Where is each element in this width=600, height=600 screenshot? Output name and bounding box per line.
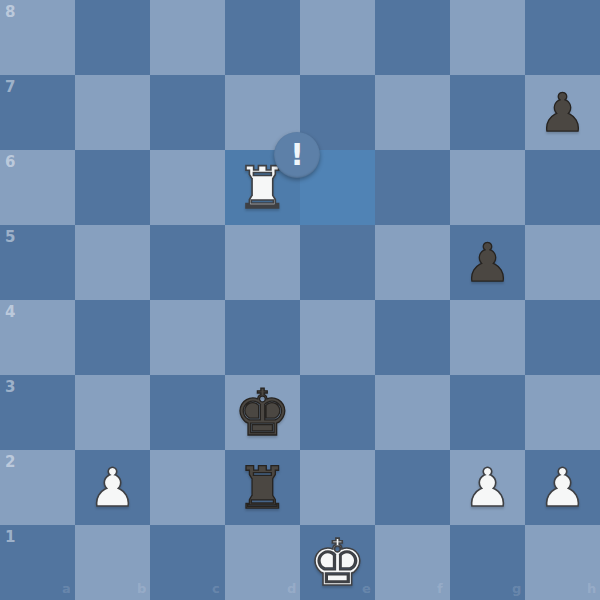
square-b1[interactable] bbox=[75, 525, 150, 600]
white-pawn[interactable]: ♟ bbox=[525, 450, 600, 525]
white-pawn[interactable]: ♟ bbox=[75, 450, 150, 525]
square-e5[interactable] bbox=[300, 225, 375, 300]
square-g3[interactable] bbox=[450, 375, 525, 450]
square-b4[interactable] bbox=[75, 300, 150, 375]
square-f6[interactable] bbox=[375, 150, 450, 225]
black-pawn[interactable]: ♟ bbox=[525, 75, 600, 150]
square-e3[interactable] bbox=[300, 375, 375, 450]
square-e2[interactable] bbox=[300, 450, 375, 525]
square-f8[interactable] bbox=[375, 0, 450, 75]
square-c1[interactable] bbox=[150, 525, 225, 600]
square-g5[interactable]: ♟ bbox=[450, 225, 525, 300]
black-pawn[interactable]: ♟ bbox=[450, 225, 525, 300]
square-c3[interactable] bbox=[150, 375, 225, 450]
square-f2[interactable] bbox=[375, 450, 450, 525]
good-move-annotation-badge: ! bbox=[274, 132, 320, 178]
square-g1[interactable] bbox=[450, 525, 525, 600]
square-a1[interactable] bbox=[0, 525, 75, 600]
square-f5[interactable] bbox=[375, 225, 450, 300]
square-h3[interactable] bbox=[525, 375, 600, 450]
square-c5[interactable] bbox=[150, 225, 225, 300]
white-king[interactable]: ♚ bbox=[300, 525, 375, 600]
square-h1[interactable] bbox=[525, 525, 600, 600]
square-a8[interactable] bbox=[0, 0, 75, 75]
square-d2[interactable]: ♜ bbox=[225, 450, 300, 525]
black-rook[interactable]: ♜ bbox=[225, 450, 300, 525]
square-d3[interactable]: ♚ bbox=[225, 375, 300, 450]
square-e8[interactable] bbox=[300, 0, 375, 75]
square-e4[interactable] bbox=[300, 300, 375, 375]
square-b2[interactable]: ♟ bbox=[75, 450, 150, 525]
square-a4[interactable] bbox=[0, 300, 75, 375]
chess-board: ! ♟♜♟♚♟♜♟♟♚87654321abcdefgh bbox=[0, 0, 600, 600]
square-e1[interactable]: ♚ bbox=[300, 525, 375, 600]
square-a6[interactable] bbox=[0, 150, 75, 225]
square-d4[interactable] bbox=[225, 300, 300, 375]
square-h4[interactable] bbox=[525, 300, 600, 375]
square-g7[interactable] bbox=[450, 75, 525, 150]
square-c2[interactable] bbox=[150, 450, 225, 525]
square-b8[interactable] bbox=[75, 0, 150, 75]
square-h5[interactable] bbox=[525, 225, 600, 300]
square-c4[interactable] bbox=[150, 300, 225, 375]
square-f4[interactable] bbox=[375, 300, 450, 375]
square-d8[interactable] bbox=[225, 0, 300, 75]
square-f1[interactable] bbox=[375, 525, 450, 600]
square-b5[interactable] bbox=[75, 225, 150, 300]
square-h6[interactable] bbox=[525, 150, 600, 225]
square-h8[interactable] bbox=[525, 0, 600, 75]
square-b7[interactable] bbox=[75, 75, 150, 150]
square-c8[interactable] bbox=[150, 0, 225, 75]
square-f7[interactable] bbox=[375, 75, 450, 150]
square-g4[interactable] bbox=[450, 300, 525, 375]
square-h7[interactable]: ♟ bbox=[525, 75, 600, 150]
square-a5[interactable] bbox=[0, 225, 75, 300]
square-g6[interactable] bbox=[450, 150, 525, 225]
square-d5[interactable] bbox=[225, 225, 300, 300]
black-king[interactable]: ♚ bbox=[225, 375, 300, 450]
square-g8[interactable] bbox=[450, 0, 525, 75]
square-a3[interactable] bbox=[0, 375, 75, 450]
square-f3[interactable] bbox=[375, 375, 450, 450]
square-c7[interactable] bbox=[150, 75, 225, 150]
square-g2[interactable]: ♟ bbox=[450, 450, 525, 525]
square-a2[interactable] bbox=[0, 450, 75, 525]
square-d1[interactable] bbox=[225, 525, 300, 600]
white-pawn[interactable]: ♟ bbox=[450, 450, 525, 525]
square-c6[interactable] bbox=[150, 150, 225, 225]
square-b6[interactable] bbox=[75, 150, 150, 225]
square-b3[interactable] bbox=[75, 375, 150, 450]
square-h2[interactable]: ♟ bbox=[525, 450, 600, 525]
square-a7[interactable] bbox=[0, 75, 75, 150]
